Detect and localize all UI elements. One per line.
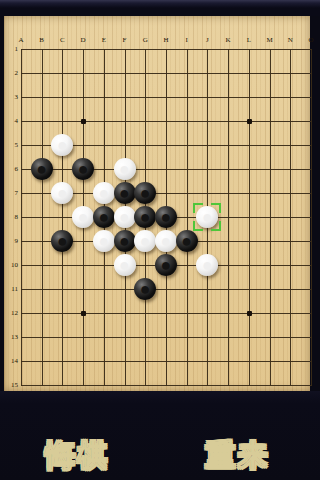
- black-stone-G7: ●: [134, 182, 156, 204]
- black-stone-F9: ●: [114, 230, 136, 252]
- black-stone-D6: ●: [72, 158, 94, 180]
- marker-corner-tr: [211, 203, 221, 213]
- marker-corner-br: [211, 221, 221, 231]
- white-stone-G9: ●: [134, 230, 156, 252]
- black-stone-C9: ●: [51, 230, 73, 252]
- marker-corner-tl: [193, 203, 203, 213]
- restart-button[interactable]: 重来: [196, 437, 280, 473]
- black-stone-H8: ●: [155, 206, 177, 228]
- last-move-marker: [193, 203, 221, 231]
- white-stone-H9: ●: [155, 230, 177, 252]
- white-stone-C5: ●: [51, 134, 73, 156]
- white-stone-E9: ●: [93, 230, 115, 252]
- white-stone-C7: ●: [51, 182, 73, 204]
- black-stone-B6: ●: [31, 158, 53, 180]
- black-stone-I9: ●: [176, 230, 198, 252]
- white-stone-F6: ●: [114, 158, 136, 180]
- stone-layer[interactable]: ●●●●●●●●●●●●●●●●●●●●●●●●: [11, 37, 320, 397]
- undo-button[interactable]: 悔棋: [36, 437, 120, 473]
- black-stone-H10: ●: [155, 254, 177, 276]
- black-stone-G8: ●: [134, 206, 156, 228]
- marker-corner-bl: [193, 221, 203, 231]
- white-stone-F10: ●: [114, 254, 136, 276]
- black-stone-F7: ●: [114, 182, 136, 204]
- white-stone-F8: ●: [114, 206, 136, 228]
- white-stone-E7: ●: [93, 182, 115, 204]
- gomoku-board[interactable]: ABCDEFGHIJKLMNO123456789101112131415 ●●●…: [4, 16, 310, 391]
- white-stone-J10: ●: [196, 254, 218, 276]
- status-bar: [0, 0, 320, 16]
- black-stone-G11: ●: [134, 278, 156, 300]
- white-stone-D8: ●: [72, 206, 94, 228]
- black-stone-E8: ●: [93, 206, 115, 228]
